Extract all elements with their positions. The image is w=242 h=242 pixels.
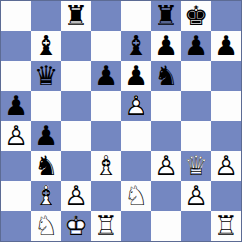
piece-black-bishop: ♝ bbox=[121, 31, 151, 61]
white-queen-outline-glyph: ♕ bbox=[181, 151, 211, 181]
square-c2[interactable]: ♟♙ bbox=[61, 181, 91, 211]
white-king-outline-glyph: ♔ bbox=[61, 211, 91, 241]
square-h2[interactable] bbox=[211, 181, 241, 211]
square-f8[interactable]: ♜ bbox=[151, 1, 181, 31]
square-g8[interactable]: ♚ bbox=[181, 1, 211, 31]
square-e1[interactable] bbox=[121, 211, 151, 241]
piece-black-knight: ♞ bbox=[151, 61, 181, 91]
piece-black-queen: ♛ bbox=[31, 61, 61, 91]
piece-white-king: ♚♔ bbox=[61, 211, 91, 241]
piece-black-pawn: ♟ bbox=[1, 91, 31, 121]
black-pawn-glyph: ♟ bbox=[121, 61, 151, 91]
white-knight-outline-glyph: ♘ bbox=[31, 211, 61, 241]
square-b4[interactable]: ♟ bbox=[31, 121, 61, 151]
square-h8[interactable] bbox=[211, 1, 241, 31]
white-pawn-outline-glyph: ♙ bbox=[1, 121, 31, 151]
square-f6[interactable]: ♞ bbox=[151, 61, 181, 91]
piece-white-pawn: ♟♙ bbox=[181, 181, 211, 211]
square-b8[interactable] bbox=[31, 1, 61, 31]
piece-white-queen: ♛♕ bbox=[181, 151, 211, 181]
square-b7[interactable]: ♝ bbox=[31, 31, 61, 61]
square-g2[interactable]: ♟♙ bbox=[181, 181, 211, 211]
square-c1[interactable]: ♚♔ bbox=[61, 211, 91, 241]
square-a5[interactable]: ♟ bbox=[1, 91, 31, 121]
white-pawn-outline-glyph: ♙ bbox=[121, 91, 151, 121]
square-c3[interactable] bbox=[61, 151, 91, 181]
square-d3[interactable]: ♝♗ bbox=[91, 151, 121, 181]
square-b2[interactable]: ♝♗ bbox=[31, 181, 61, 211]
white-pawn-outline-glyph: ♙ bbox=[211, 151, 241, 181]
piece-white-pawn: ♟♙ bbox=[61, 181, 91, 211]
square-g7[interactable]: ♟ bbox=[181, 31, 211, 61]
square-a6[interactable] bbox=[1, 61, 31, 91]
square-c7[interactable] bbox=[61, 31, 91, 61]
square-a4[interactable]: ♟♙ bbox=[1, 121, 31, 151]
square-e6[interactable]: ♟ bbox=[121, 61, 151, 91]
square-c4[interactable] bbox=[61, 121, 91, 151]
black-pawn-glyph: ♟ bbox=[91, 61, 121, 91]
black-rook-glyph: ♜ bbox=[151, 1, 181, 31]
square-a3[interactable] bbox=[1, 151, 31, 181]
square-g4[interactable] bbox=[181, 121, 211, 151]
square-h3[interactable]: ♟♙ bbox=[211, 151, 241, 181]
black-king-glyph: ♚ bbox=[181, 1, 211, 31]
piece-white-rook: ♜♖ bbox=[91, 211, 121, 241]
piece-black-pawn: ♟ bbox=[121, 61, 151, 91]
white-rook-outline-glyph: ♖ bbox=[91, 211, 121, 241]
square-f1[interactable] bbox=[151, 211, 181, 241]
square-h1[interactable]: ♜♖ bbox=[211, 211, 241, 241]
square-g5[interactable] bbox=[181, 91, 211, 121]
piece-black-pawn: ♟ bbox=[211, 31, 241, 61]
square-h7[interactable]: ♟ bbox=[211, 31, 241, 61]
square-g3[interactable]: ♛♕ bbox=[181, 151, 211, 181]
white-pawn-outline-glyph: ♙ bbox=[181, 181, 211, 211]
square-f2[interactable] bbox=[151, 181, 181, 211]
black-pawn-glyph: ♟ bbox=[31, 121, 61, 151]
square-c8[interactable]: ♜ bbox=[61, 1, 91, 31]
black-pawn-glyph: ♟ bbox=[211, 31, 241, 61]
square-h6[interactable] bbox=[211, 61, 241, 91]
white-knight-outline-glyph: ♘ bbox=[121, 181, 151, 211]
square-e7[interactable]: ♝ bbox=[121, 31, 151, 61]
piece-black-knight: ♞ bbox=[31, 151, 61, 181]
piece-white-rook: ♜♖ bbox=[211, 211, 241, 241]
piece-white-bishop: ♝♗ bbox=[31, 181, 61, 211]
piece-black-pawn: ♟ bbox=[181, 31, 211, 61]
square-e5[interactable]: ♟♙ bbox=[121, 91, 151, 121]
square-d1[interactable]: ♜♖ bbox=[91, 211, 121, 241]
chess-app: ♜♜♚♝♝♟♟♟♛♟♟♞♟♟♙♟♙♟♞♝♗♟♙♛♕♟♙♝♗♟♙♞♘♟♙♞♘♚♔♜… bbox=[0, 0, 242, 242]
white-rook-outline-glyph: ♖ bbox=[211, 211, 241, 241]
square-f7[interactable]: ♟ bbox=[151, 31, 181, 61]
black-pawn-glyph: ♟ bbox=[1, 91, 31, 121]
square-b3[interactable]: ♞ bbox=[31, 151, 61, 181]
black-knight-glyph: ♞ bbox=[31, 151, 61, 181]
square-f3[interactable]: ♟♙ bbox=[151, 151, 181, 181]
square-a8[interactable] bbox=[1, 1, 31, 31]
piece-black-pawn: ♟ bbox=[151, 31, 181, 61]
square-d2[interactable] bbox=[91, 181, 121, 211]
square-h4[interactable] bbox=[211, 121, 241, 151]
piece-white-pawn: ♟♙ bbox=[121, 91, 151, 121]
black-bishop-glyph: ♝ bbox=[121, 31, 151, 61]
black-queen-glyph: ♛ bbox=[31, 61, 61, 91]
white-pawn-outline-glyph: ♙ bbox=[61, 181, 91, 211]
piece-black-rook: ♜ bbox=[61, 1, 91, 31]
square-h5[interactable] bbox=[211, 91, 241, 121]
piece-black-bishop: ♝ bbox=[31, 31, 61, 61]
piece-white-pawn: ♟♙ bbox=[211, 151, 241, 181]
square-e3[interactable] bbox=[121, 151, 151, 181]
piece-white-knight: ♞♘ bbox=[121, 181, 151, 211]
square-a7[interactable] bbox=[1, 31, 31, 61]
square-d5[interactable] bbox=[91, 91, 121, 121]
square-f4[interactable] bbox=[151, 121, 181, 151]
square-b5[interactable] bbox=[31, 91, 61, 121]
square-d7[interactable] bbox=[91, 31, 121, 61]
black-rook-glyph: ♜ bbox=[61, 1, 91, 31]
piece-white-pawn: ♟♙ bbox=[1, 121, 31, 151]
square-d4[interactable] bbox=[91, 121, 121, 151]
square-f5[interactable] bbox=[151, 91, 181, 121]
black-pawn-glyph: ♟ bbox=[181, 31, 211, 61]
white-bishop-outline-glyph: ♗ bbox=[31, 181, 61, 211]
square-b1[interactable]: ♞♘ bbox=[31, 211, 61, 241]
piece-white-bishop: ♝♗ bbox=[91, 151, 121, 181]
white-bishop-outline-glyph: ♗ bbox=[91, 151, 121, 181]
square-d6[interactable]: ♟ bbox=[91, 61, 121, 91]
square-b6[interactable]: ♛ bbox=[31, 61, 61, 91]
square-e2[interactable]: ♞♘ bbox=[121, 181, 151, 211]
piece-black-pawn: ♟ bbox=[31, 121, 61, 151]
square-a1[interactable] bbox=[1, 211, 31, 241]
piece-black-pawn: ♟ bbox=[91, 61, 121, 91]
white-pawn-outline-glyph: ♙ bbox=[151, 151, 181, 181]
black-knight-glyph: ♞ bbox=[151, 61, 181, 91]
square-e4[interactable] bbox=[121, 121, 151, 151]
square-g1[interactable] bbox=[181, 211, 211, 241]
black-pawn-glyph: ♟ bbox=[151, 31, 181, 61]
piece-white-pawn: ♟♙ bbox=[151, 151, 181, 181]
chess-board: ♜♜♚♝♝♟♟♟♛♟♟♞♟♟♙♟♙♟♞♝♗♟♙♛♕♟♙♝♗♟♙♞♘♟♙♞♘♚♔♜… bbox=[0, 0, 242, 242]
square-a2[interactable] bbox=[1, 181, 31, 211]
square-e8[interactable] bbox=[121, 1, 151, 31]
piece-white-knight: ♞♘ bbox=[31, 211, 61, 241]
square-d8[interactable] bbox=[91, 1, 121, 31]
square-c6[interactable] bbox=[61, 61, 91, 91]
square-c5[interactable] bbox=[61, 91, 91, 121]
black-bishop-glyph: ♝ bbox=[31, 31, 61, 61]
square-g6[interactable] bbox=[181, 61, 211, 91]
piece-black-rook: ♜ bbox=[151, 1, 181, 31]
piece-black-king: ♚ bbox=[181, 1, 211, 31]
